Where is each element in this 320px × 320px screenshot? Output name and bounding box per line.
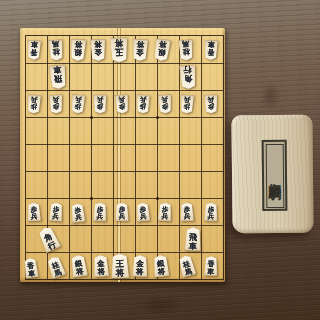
grid-line: [26, 198, 223, 199]
piece-sente-pawn[interactable]: 歩兵: [136, 202, 150, 221]
box-label-text: 御将棋駒: [268, 172, 281, 178]
piece-gote-knight[interactable]: 桂馬: [179, 39, 194, 60]
piece-gote-knight[interactable]: 桂馬: [48, 39, 63, 60]
piece-sente-pawn[interactable]: 歩兵: [158, 202, 172, 221]
piece-gote-pawn[interactable]: 歩兵: [49, 94, 63, 113]
piece-gote-pawn[interactable]: 歩兵: [71, 94, 85, 113]
hoshi-dot: [156, 197, 159, 200]
piece-gote-lance[interactable]: 香車: [27, 40, 41, 60]
grid-line: [135, 36, 136, 279]
piece-sente-pawn[interactable]: 歩兵: [115, 202, 129, 221]
grid-line: [26, 225, 223, 226]
piece-gote-bishop[interactable]: 角行: [180, 65, 197, 89]
piece-sente-king[interactable]: 王将: [110, 253, 129, 278]
piece-sente-pawn[interactable]: 歩兵: [204, 202, 218, 221]
board-grid: 香車桂馬銀将金将玉将金将銀将桂馬香車飛車角行歩兵歩兵歩兵歩兵歩兵歩兵歩兵歩兵歩兵…: [25, 35, 224, 280]
piece-sente-knight[interactable]: 桂馬: [48, 256, 63, 277]
piece-sente-lance[interactable]: 香車: [24, 258, 38, 278]
box-label-inner-border: 御将棋駒: [265, 143, 284, 207]
grid-line: [26, 117, 223, 118]
piece-gote-silver[interactable]: 銀将: [154, 39, 170, 61]
grid-line: [69, 36, 70, 279]
piece-gote-rook[interactable]: 飛車: [49, 65, 66, 89]
grid-line: [26, 90, 223, 91]
piece-gote-pawn[interactable]: 歩兵: [27, 94, 41, 113]
piece-sente-pawn[interactable]: 歩兵: [71, 203, 85, 222]
piece-gote-pawn[interactable]: 歩兵: [115, 94, 129, 113]
piece-gote-pawn[interactable]: 歩兵: [93, 94, 107, 113]
photo-scene: 香車桂馬銀将金将玉将金将銀将桂馬香車飛車角行歩兵歩兵歩兵歩兵歩兵歩兵歩兵歩兵歩兵…: [0, 0, 320, 320]
grid-line: [26, 171, 223, 172]
piece-sente-bishop[interactable]: 角行: [40, 227, 57, 251]
piece-sente-rook[interactable]: 飛車: [185, 227, 202, 251]
piece-sente-pawn[interactable]: 歩兵: [27, 202, 41, 221]
piece-sente-pawn[interactable]: 歩兵: [93, 202, 107, 221]
piece-sente-gold[interactable]: 金将: [132, 255, 148, 277]
piece-sente-silver[interactable]: 銀将: [71, 255, 87, 277]
piece-sente-gold[interactable]: 金将: [93, 255, 109, 277]
piece-gote-pawn[interactable]: 歩兵: [158, 94, 172, 113]
piece-gote-pawn[interactable]: 歩兵: [204, 94, 218, 113]
hoshi-dot: [90, 197, 93, 200]
shogi-board: 香車桂馬銀将金将玉将金将銀将桂馬香車飛車角行歩兵歩兵歩兵歩兵歩兵歩兵歩兵歩兵歩兵…: [20, 28, 225, 282]
piece-sente-pawn[interactable]: 歩兵: [180, 202, 194, 221]
piece-sente-pawn[interactable]: 歩兵: [49, 202, 63, 221]
piece-gote-gold[interactable]: 金将: [132, 39, 148, 61]
piece-gote-silver[interactable]: 銀将: [70, 39, 86, 61]
hoshi-dot: [156, 116, 159, 119]
piece-sente-lance[interactable]: 香車: [204, 256, 218, 276]
piece-sente-knight[interactable]: 桂馬: [180, 255, 195, 276]
hoshi-dot: [90, 116, 93, 119]
piece-sente-silver[interactable]: 銀将: [153, 255, 169, 277]
piece-box: 御将棋駒: [231, 115, 313, 234]
piece-gote-lance[interactable]: 香車: [204, 40, 218, 60]
piece-gote-gold[interactable]: 金将: [90, 39, 106, 61]
grid-line: [157, 36, 158, 279]
grid-line: [26, 63, 223, 64]
piece-gote-pawn[interactable]: 歩兵: [136, 94, 150, 113]
piece-gote-pawn[interactable]: 歩兵: [180, 94, 194, 113]
grid-line: [113, 36, 114, 279]
piece-gote-king[interactable]: 玉将: [109, 37, 128, 62]
grid-line: [26, 144, 223, 145]
box-label: 御将棋駒: [262, 140, 288, 211]
grid-line: [91, 36, 92, 279]
